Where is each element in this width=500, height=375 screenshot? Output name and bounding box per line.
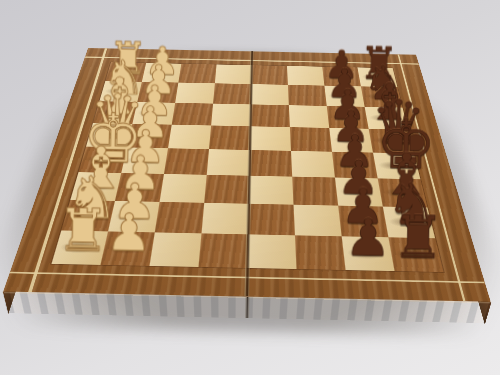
square-a5	[251, 65, 288, 85]
square-f4	[204, 175, 249, 204]
square-e3	[164, 148, 209, 175]
square-a4	[215, 64, 252, 84]
square-g5	[248, 204, 295, 236]
brass-clasp-icon	[463, 233, 471, 263]
photo-scene: ♜♟♟♜♞♟♟♞♝♟♟♝♛♟♟♛♚♟♟♚♝♟♟♝♞♟♟♞♜♟♟♜	[0, 0, 500, 375]
square-h3	[149, 232, 201, 267]
square-b6	[288, 85, 327, 106]
square-c3	[172, 103, 213, 126]
square-f5	[249, 176, 294, 205]
square-h4	[199, 233, 249, 268]
square-b7	[324, 86, 364, 107]
square-c5	[250, 104, 289, 127]
square-g4	[202, 203, 249, 235]
square-d6	[290, 127, 332, 152]
square-e4	[207, 149, 250, 176]
square-g3	[155, 202, 204, 234]
square-b8	[361, 86, 403, 107]
square-b5	[251, 84, 289, 105]
square-a7	[322, 67, 361, 87]
square-f3	[160, 174, 207, 203]
square-c6	[289, 105, 329, 128]
square-f6	[292, 177, 338, 206]
square-e6	[291, 151, 335, 178]
square-d3	[168, 125, 211, 149]
square-h5	[248, 234, 297, 269]
square-a1	[105, 62, 146, 82]
square-a8	[357, 67, 397, 87]
square-a2	[142, 63, 181, 83]
square-h6	[295, 235, 346, 270]
perspective-container: ♜♟♟♜♞♟♟♞♝♟♟♝♛♟♟♛♚♟♟♚♝♟♟♝♞♟♟♞♜♟♟♜	[50, 0, 450, 350]
square-b3	[175, 83, 215, 104]
square-d5	[250, 126, 291, 151]
square-c4	[211, 104, 251, 127]
square-g6	[294, 205, 342, 237]
square-d4	[209, 125, 250, 150]
square-a6	[287, 66, 324, 86]
square-a3	[178, 64, 216, 84]
square-b4	[213, 83, 251, 104]
square-e5	[249, 150, 292, 177]
chess-board: ♜♟♟♜♞♟♟♞♝♟♟♝♛♟♟♛♚♟♟♚♝♟♟♝♞♟♟♞♜♟♟♜	[3, 48, 490, 302]
